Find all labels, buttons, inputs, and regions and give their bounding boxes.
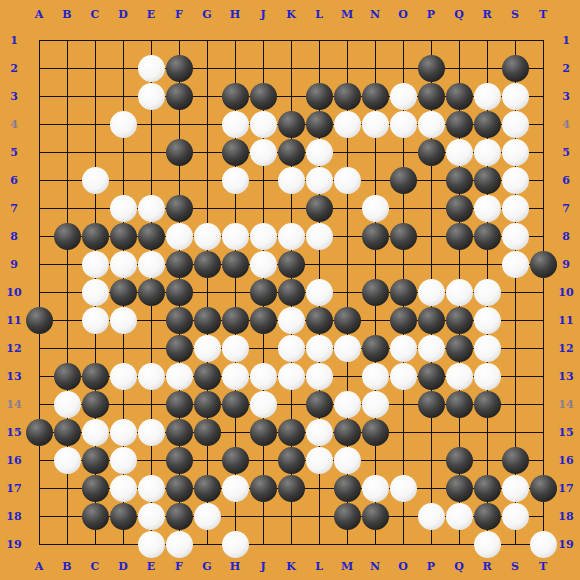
row-label-left: 18 xyxy=(6,511,21,522)
row-label-right: 3 xyxy=(562,91,570,102)
white-stone[interactable] xyxy=(138,475,165,502)
black-stone[interactable] xyxy=(530,251,557,278)
column-label-top: C xyxy=(91,9,100,20)
black-stone[interactable] xyxy=(502,447,529,474)
white-stone[interactable] xyxy=(110,363,137,390)
black-stone[interactable] xyxy=(418,139,445,166)
black-stone[interactable] xyxy=(362,503,389,530)
white-stone[interactable] xyxy=(138,55,165,82)
white-stone[interactable] xyxy=(222,363,249,390)
black-stone[interactable] xyxy=(222,251,249,278)
row-label-left: 14 xyxy=(6,399,21,410)
column-label-bottom: P xyxy=(427,561,435,572)
black-stone[interactable] xyxy=(278,419,305,446)
column-label-top: M xyxy=(341,9,353,20)
row-label-left: 4 xyxy=(10,119,18,130)
black-stone[interactable] xyxy=(82,447,109,474)
row-label-right: 18 xyxy=(558,511,573,522)
column-label-top: G xyxy=(202,9,211,20)
column-label-top: H xyxy=(230,9,240,20)
column-label-bottom: K xyxy=(286,561,296,572)
white-stone[interactable] xyxy=(194,335,221,362)
white-stone[interactable] xyxy=(278,307,305,334)
black-stone[interactable] xyxy=(82,363,109,390)
column-label-top: O xyxy=(398,9,408,20)
white-stone[interactable] xyxy=(306,279,333,306)
column-label-bottom: H xyxy=(230,561,240,572)
white-stone[interactable] xyxy=(306,447,333,474)
black-stone[interactable] xyxy=(138,223,165,250)
white-stone[interactable] xyxy=(138,363,165,390)
white-stone[interactable] xyxy=(418,335,445,362)
white-stone[interactable] xyxy=(110,111,137,138)
white-stone[interactable] xyxy=(110,475,137,502)
white-stone[interactable] xyxy=(166,363,193,390)
black-stone[interactable] xyxy=(166,279,193,306)
black-stone[interactable] xyxy=(334,419,361,446)
white-stone[interactable] xyxy=(306,139,333,166)
white-stone[interactable] xyxy=(502,83,529,110)
white-stone[interactable] xyxy=(138,251,165,278)
white-stone[interactable] xyxy=(222,475,249,502)
white-stone[interactable] xyxy=(502,503,529,530)
row-label-right: 12 xyxy=(558,343,573,354)
white-stone[interactable] xyxy=(82,419,109,446)
black-stone[interactable] xyxy=(390,279,417,306)
column-label-top: L xyxy=(315,9,323,20)
white-stone[interactable] xyxy=(446,279,473,306)
white-stone[interactable] xyxy=(362,195,389,222)
white-stone[interactable] xyxy=(334,167,361,194)
white-stone[interactable] xyxy=(306,335,333,362)
white-stone[interactable] xyxy=(390,111,417,138)
row-label-right: 14 xyxy=(558,399,573,410)
column-label-top: N xyxy=(370,9,380,20)
white-stone[interactable] xyxy=(502,223,529,250)
white-stone[interactable] xyxy=(250,251,277,278)
black-stone[interactable] xyxy=(194,307,221,334)
row-label-left: 6 xyxy=(10,175,18,186)
column-label-bottom: O xyxy=(398,561,408,572)
white-stone[interactable] xyxy=(334,335,361,362)
black-stone[interactable] xyxy=(474,167,501,194)
white-stone[interactable] xyxy=(54,391,81,418)
white-stone[interactable] xyxy=(474,279,501,306)
black-stone[interactable] xyxy=(250,419,277,446)
white-stone[interactable] xyxy=(110,307,137,334)
white-stone[interactable] xyxy=(362,363,389,390)
column-label-top: D xyxy=(118,9,128,20)
white-stone[interactable] xyxy=(222,223,249,250)
black-stone[interactable] xyxy=(54,419,81,446)
black-stone[interactable] xyxy=(446,475,473,502)
row-label-right: 10 xyxy=(558,287,573,298)
white-stone[interactable] xyxy=(278,363,305,390)
white-stone[interactable] xyxy=(138,531,165,558)
row-label-left: 7 xyxy=(10,203,18,214)
column-label-bottom: C xyxy=(91,561,100,572)
row-label-right: 11 xyxy=(558,315,573,326)
column-label-top: T xyxy=(539,9,547,20)
black-stone[interactable] xyxy=(166,503,193,530)
black-stone[interactable] xyxy=(110,279,137,306)
black-stone[interactable] xyxy=(194,363,221,390)
white-stone[interactable] xyxy=(110,419,137,446)
white-stone[interactable] xyxy=(82,307,109,334)
white-stone[interactable] xyxy=(530,531,557,558)
black-stone[interactable] xyxy=(446,391,473,418)
column-label-top: P xyxy=(427,9,435,20)
white-stone[interactable] xyxy=(390,335,417,362)
black-stone[interactable] xyxy=(82,391,109,418)
black-stone[interactable] xyxy=(110,223,137,250)
white-stone[interactable] xyxy=(334,111,361,138)
black-stone[interactable] xyxy=(418,391,445,418)
black-stone[interactable] xyxy=(474,111,501,138)
row-label-right: 13 xyxy=(558,371,573,382)
black-stone[interactable] xyxy=(82,223,109,250)
column-label-top: R xyxy=(482,9,491,20)
black-stone[interactable] xyxy=(418,307,445,334)
white-stone[interactable] xyxy=(306,167,333,194)
row-label-left: 16 xyxy=(6,455,21,466)
row-label-left: 8 xyxy=(10,231,18,242)
white-stone[interactable] xyxy=(474,195,501,222)
black-stone[interactable] xyxy=(362,279,389,306)
black-stone[interactable] xyxy=(166,419,193,446)
black-stone[interactable] xyxy=(418,363,445,390)
black-stone[interactable] xyxy=(446,335,473,362)
white-stone[interactable] xyxy=(446,139,473,166)
row-label-right: 4 xyxy=(562,119,570,130)
white-stone[interactable] xyxy=(250,111,277,138)
row-label-right: 6 xyxy=(562,175,570,186)
black-stone[interactable] xyxy=(306,83,333,110)
black-stone[interactable] xyxy=(82,475,109,502)
white-stone[interactable] xyxy=(250,139,277,166)
white-stone[interactable] xyxy=(222,531,249,558)
row-label-left: 17 xyxy=(6,483,21,494)
white-stone[interactable] xyxy=(334,447,361,474)
row-label-left: 10 xyxy=(6,287,21,298)
white-stone[interactable] xyxy=(502,251,529,278)
black-stone[interactable] xyxy=(362,419,389,446)
black-stone[interactable] xyxy=(194,391,221,418)
row-label-left: 1 xyxy=(10,35,18,46)
black-stone[interactable] xyxy=(82,503,109,530)
white-stone[interactable] xyxy=(82,167,109,194)
row-label-right: 8 xyxy=(562,231,570,242)
row-label-right: 2 xyxy=(562,63,570,74)
black-stone[interactable] xyxy=(278,279,305,306)
white-stone[interactable] xyxy=(250,391,277,418)
white-stone[interactable] xyxy=(194,503,221,530)
black-stone[interactable] xyxy=(54,223,81,250)
black-stone[interactable] xyxy=(166,139,193,166)
black-stone[interactable] xyxy=(446,447,473,474)
white-stone[interactable] xyxy=(474,335,501,362)
black-stone[interactable] xyxy=(446,223,473,250)
black-stone[interactable] xyxy=(390,223,417,250)
column-label-bottom: M xyxy=(341,561,353,572)
white-stone[interactable] xyxy=(222,335,249,362)
white-stone[interactable] xyxy=(138,195,165,222)
row-label-right: 7 xyxy=(562,203,570,214)
column-label-top: J xyxy=(260,9,265,20)
black-stone[interactable] xyxy=(306,195,333,222)
white-stone[interactable] xyxy=(362,111,389,138)
column-label-top: S xyxy=(511,9,519,20)
black-stone[interactable] xyxy=(222,447,249,474)
column-label-top: F xyxy=(175,9,183,20)
black-stone[interactable] xyxy=(418,83,445,110)
black-stone[interactable] xyxy=(54,363,81,390)
black-stone[interactable] xyxy=(194,251,221,278)
white-stone[interactable] xyxy=(54,447,81,474)
white-stone[interactable] xyxy=(502,111,529,138)
black-stone[interactable] xyxy=(334,307,361,334)
white-stone[interactable] xyxy=(306,419,333,446)
black-stone[interactable] xyxy=(222,391,249,418)
white-stone[interactable] xyxy=(502,167,529,194)
white-stone[interactable] xyxy=(250,363,277,390)
row-label-right: 17 xyxy=(558,483,573,494)
column-label-bottom: F xyxy=(175,561,183,572)
column-label-bottom: Q xyxy=(454,561,464,572)
white-stone[interactable] xyxy=(362,475,389,502)
row-label-left: 5 xyxy=(10,147,18,158)
white-stone[interactable] xyxy=(418,279,445,306)
column-label-bottom: S xyxy=(511,561,519,572)
white-stone[interactable] xyxy=(446,363,473,390)
black-stone[interactable] xyxy=(362,223,389,250)
column-label-top: Q xyxy=(454,9,464,20)
white-stone[interactable] xyxy=(390,363,417,390)
white-stone[interactable] xyxy=(446,503,473,530)
black-stone[interactable] xyxy=(278,111,305,138)
black-stone[interactable] xyxy=(446,167,473,194)
row-label-left: 9 xyxy=(10,259,18,270)
column-label-bottom: N xyxy=(370,561,380,572)
white-stone[interactable] xyxy=(110,251,137,278)
black-stone[interactable] xyxy=(110,503,137,530)
black-stone[interactable] xyxy=(222,139,249,166)
white-stone[interactable] xyxy=(82,279,109,306)
black-stone[interactable] xyxy=(334,83,361,110)
black-stone[interactable] xyxy=(278,139,305,166)
black-stone[interactable] xyxy=(278,251,305,278)
black-stone[interactable] xyxy=(306,391,333,418)
black-stone[interactable] xyxy=(362,335,389,362)
column-label-bottom: J xyxy=(260,561,265,572)
white-stone[interactable] xyxy=(418,111,445,138)
white-stone[interactable] xyxy=(474,83,501,110)
black-stone[interactable] xyxy=(334,475,361,502)
row-label-right: 5 xyxy=(562,147,570,158)
black-stone[interactable] xyxy=(166,195,193,222)
white-stone[interactable] xyxy=(110,195,137,222)
black-stone[interactable] xyxy=(250,475,277,502)
black-stone[interactable] xyxy=(166,475,193,502)
black-stone[interactable] xyxy=(278,447,305,474)
row-label-right: 19 xyxy=(558,539,573,550)
black-stone[interactable] xyxy=(166,391,193,418)
white-stone[interactable] xyxy=(390,475,417,502)
go-board[interactable]: AABBCCDDEEFFGGHHJJKKLLMMNNOOPPQQRRSSTT11… xyxy=(0,0,580,580)
white-stone[interactable] xyxy=(362,391,389,418)
row-label-left: 13 xyxy=(6,371,21,382)
black-stone[interactable] xyxy=(306,111,333,138)
white-stone[interactable] xyxy=(82,251,109,278)
black-stone[interactable] xyxy=(334,503,361,530)
white-stone[interactable] xyxy=(222,167,249,194)
white-stone[interactable] xyxy=(138,419,165,446)
black-stone[interactable] xyxy=(194,475,221,502)
white-stone[interactable] xyxy=(110,447,137,474)
white-stone[interactable] xyxy=(474,307,501,334)
white-stone[interactable] xyxy=(306,363,333,390)
black-stone[interactable] xyxy=(26,419,53,446)
white-stone[interactable] xyxy=(194,223,221,250)
black-stone[interactable] xyxy=(530,475,557,502)
row-label-left: 11 xyxy=(6,315,21,326)
white-stone[interactable] xyxy=(390,83,417,110)
black-stone[interactable] xyxy=(166,83,193,110)
column-label-top: A xyxy=(35,9,44,20)
row-label-left: 12 xyxy=(6,343,21,354)
white-stone[interactable] xyxy=(474,363,501,390)
black-stone[interactable] xyxy=(446,195,473,222)
white-stone[interactable] xyxy=(502,475,529,502)
column-label-bottom: G xyxy=(202,561,211,572)
black-stone[interactable] xyxy=(166,447,193,474)
black-stone[interactable] xyxy=(362,83,389,110)
black-stone[interactable] xyxy=(250,83,277,110)
column-label-bottom: R xyxy=(482,561,491,572)
white-stone[interactable] xyxy=(222,111,249,138)
white-stone[interactable] xyxy=(278,335,305,362)
white-stone[interactable] xyxy=(138,503,165,530)
black-stone[interactable] xyxy=(26,307,53,334)
white-stone[interactable] xyxy=(278,167,305,194)
black-stone[interactable] xyxy=(222,83,249,110)
row-label-left: 3 xyxy=(10,91,18,102)
row-label-right: 15 xyxy=(558,427,573,438)
black-stone[interactable] xyxy=(222,307,249,334)
row-label-right: 9 xyxy=(562,259,570,270)
black-stone[interactable] xyxy=(446,307,473,334)
column-label-bottom: A xyxy=(35,561,44,572)
black-stone[interactable] xyxy=(474,223,501,250)
black-stone[interactable] xyxy=(166,335,193,362)
white-stone[interactable] xyxy=(334,391,361,418)
black-stone[interactable] xyxy=(474,503,501,530)
column-label-top: E xyxy=(147,9,155,20)
column-label-bottom: L xyxy=(315,561,323,572)
row-label-left: 15 xyxy=(6,427,21,438)
row-label-right: 1 xyxy=(562,35,570,46)
white-stone[interactable] xyxy=(138,83,165,110)
white-stone[interactable] xyxy=(502,139,529,166)
black-stone[interactable] xyxy=(278,475,305,502)
black-stone[interactable] xyxy=(390,167,417,194)
row-label-left: 19 xyxy=(6,539,21,550)
black-stone[interactable] xyxy=(474,475,501,502)
white-stone[interactable] xyxy=(166,223,193,250)
black-stone[interactable] xyxy=(446,83,473,110)
black-stone[interactable] xyxy=(446,111,473,138)
white-stone[interactable] xyxy=(418,503,445,530)
black-stone[interactable] xyxy=(138,279,165,306)
black-stone[interactable] xyxy=(166,307,193,334)
row-label-right: 16 xyxy=(558,455,573,466)
white-stone[interactable] xyxy=(166,531,193,558)
black-stone[interactable] xyxy=(194,419,221,446)
black-stone[interactable] xyxy=(502,55,529,82)
column-label-top: B xyxy=(62,9,71,20)
column-label-bottom: B xyxy=(62,561,71,572)
white-stone[interactable] xyxy=(474,531,501,558)
black-stone[interactable] xyxy=(166,251,193,278)
column-label-top: K xyxy=(286,9,296,20)
black-stone[interactable] xyxy=(390,307,417,334)
white-stone[interactable] xyxy=(306,223,333,250)
black-stone[interactable] xyxy=(418,55,445,82)
column-label-bottom: E xyxy=(147,561,155,572)
black-stone[interactable] xyxy=(250,307,277,334)
column-label-bottom: T xyxy=(539,561,547,572)
black-stone[interactable] xyxy=(306,307,333,334)
white-stone[interactable] xyxy=(278,223,305,250)
black-stone[interactable] xyxy=(474,391,501,418)
black-stone[interactable] xyxy=(166,55,193,82)
white-stone[interactable] xyxy=(250,223,277,250)
black-stone[interactable] xyxy=(250,279,277,306)
row-label-left: 2 xyxy=(10,63,18,74)
white-stone[interactable] xyxy=(502,195,529,222)
white-stone[interactable] xyxy=(474,139,501,166)
column-label-bottom: D xyxy=(118,561,128,572)
